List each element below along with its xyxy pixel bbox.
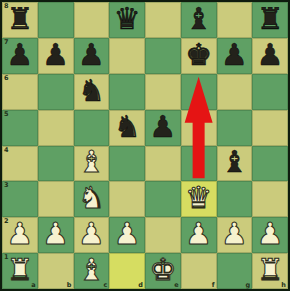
black-pawn-piece[interactable]: ♟ bbox=[42, 40, 69, 70]
rank-label-6: 6 bbox=[4, 75, 9, 82]
white-pawn-piece[interactable]: ♟ bbox=[221, 219, 248, 249]
square-f1[interactable]: f bbox=[181, 253, 217, 289]
white-bishop-piece[interactable]: ♝ bbox=[78, 147, 105, 177]
white-pawn-piece[interactable]: ♟ bbox=[78, 219, 105, 249]
white-pawn-piece[interactable]: ♟ bbox=[257, 219, 284, 249]
square-h3[interactable] bbox=[252, 181, 288, 217]
black-pawn-piece[interactable]: ♟ bbox=[78, 40, 105, 70]
square-b7[interactable]: ♟ bbox=[38, 38, 74, 74]
square-a5[interactable]: 5 bbox=[2, 110, 38, 146]
rank-label-4: 4 bbox=[4, 147, 9, 154]
square-d6[interactable] bbox=[109, 74, 145, 110]
square-e1[interactable]: e♚ bbox=[145, 253, 181, 289]
square-a4[interactable]: 4 bbox=[2, 146, 38, 182]
black-pawn-piece[interactable]: ♟ bbox=[221, 40, 248, 70]
black-bishop-piece[interactable]: ♝ bbox=[185, 4, 212, 34]
square-c8[interactable] bbox=[74, 2, 110, 38]
square-c5[interactable] bbox=[74, 110, 110, 146]
square-a3[interactable]: 3 bbox=[2, 181, 38, 217]
square-g7[interactable]: ♟ bbox=[217, 38, 253, 74]
file-label-d: d bbox=[138, 282, 143, 289]
square-f5[interactable] bbox=[181, 110, 217, 146]
square-b6[interactable] bbox=[38, 74, 74, 110]
square-g4[interactable]: ♝ bbox=[217, 146, 253, 182]
file-label-f: f bbox=[212, 282, 215, 289]
square-e6[interactable] bbox=[145, 74, 181, 110]
square-d2[interactable]: ♟ bbox=[109, 217, 145, 253]
square-d4[interactable] bbox=[109, 146, 145, 182]
file-label-b: b bbox=[67, 282, 72, 289]
black-knight-piece[interactable]: ♞ bbox=[78, 76, 105, 106]
black-rook-piece[interactable]: ♜ bbox=[257, 4, 284, 34]
square-b8[interactable] bbox=[38, 2, 74, 38]
white-pawn-piece[interactable]: ♟ bbox=[185, 219, 212, 249]
board-grid: 8♜♛♝♜7♟♟♟♚♟♟6♞5♞♟4♝♝3♞♛2♟♟♟♟♟♟♟1a♜bc♝de♚… bbox=[2, 2, 288, 289]
square-e3[interactable] bbox=[145, 181, 181, 217]
white-rook-piece[interactable]: ♜ bbox=[6, 255, 33, 285]
square-d5[interactable]: ♞ bbox=[109, 110, 145, 146]
square-g6[interactable] bbox=[217, 74, 253, 110]
white-pawn-piece[interactable]: ♟ bbox=[6, 219, 33, 249]
white-king-piece[interactable]: ♚ bbox=[149, 255, 176, 285]
black-pawn-piece[interactable]: ♟ bbox=[257, 40, 284, 70]
square-e4[interactable] bbox=[145, 146, 181, 182]
square-b2[interactable]: ♟ bbox=[38, 217, 74, 253]
square-f6[interactable] bbox=[181, 74, 217, 110]
square-e5[interactable]: ♟ bbox=[145, 110, 181, 146]
black-rook-piece[interactable]: ♜ bbox=[6, 4, 33, 34]
square-f4[interactable] bbox=[181, 146, 217, 182]
square-h7[interactable]: ♟ bbox=[252, 38, 288, 74]
square-h2[interactable]: ♟ bbox=[252, 217, 288, 253]
black-knight-piece[interactable]: ♞ bbox=[114, 112, 141, 142]
square-c7[interactable]: ♟ bbox=[74, 38, 110, 74]
file-label-g: g bbox=[246, 282, 251, 289]
chess-board: 8♜♛♝♜7♟♟♟♚♟♟6♞5♞♟4♝♝3♞♛2♟♟♟♟♟♟♟1a♜bc♝de♚… bbox=[0, 0, 290, 291]
square-c4[interactable]: ♝ bbox=[74, 146, 110, 182]
square-g8[interactable] bbox=[217, 2, 253, 38]
square-c6[interactable]: ♞ bbox=[74, 74, 110, 110]
white-pawn-piece[interactable]: ♟ bbox=[42, 219, 69, 249]
square-c1[interactable]: c♝ bbox=[74, 253, 110, 289]
rank-label-3: 3 bbox=[4, 182, 9, 189]
square-h5[interactable] bbox=[252, 110, 288, 146]
white-knight-piece[interactable]: ♞ bbox=[78, 183, 105, 213]
square-a7[interactable]: 7♟ bbox=[2, 38, 38, 74]
black-bishop-piece[interactable]: ♝ bbox=[221, 147, 248, 177]
square-d7[interactable] bbox=[109, 38, 145, 74]
white-rook-piece[interactable]: ♜ bbox=[257, 255, 284, 285]
square-a1[interactable]: 1a♜ bbox=[2, 253, 38, 289]
square-a6[interactable]: 6 bbox=[2, 74, 38, 110]
square-g2[interactable]: ♟ bbox=[217, 217, 253, 253]
square-d3[interactable] bbox=[109, 181, 145, 217]
square-g3[interactable] bbox=[217, 181, 253, 217]
black-pawn-piece[interactable]: ♟ bbox=[149, 112, 176, 142]
square-f2[interactable]: ♟ bbox=[181, 217, 217, 253]
square-e8[interactable] bbox=[145, 2, 181, 38]
square-h6[interactable] bbox=[252, 74, 288, 110]
white-bishop-piece[interactable]: ♝ bbox=[78, 255, 105, 285]
square-g5[interactable] bbox=[217, 110, 253, 146]
square-a8[interactable]: 8♜ bbox=[2, 2, 38, 38]
square-c2[interactable]: ♟ bbox=[74, 217, 110, 253]
rank-label-5: 5 bbox=[4, 111, 9, 118]
square-f3[interactable]: ♛ bbox=[181, 181, 217, 217]
white-queen-piece[interactable]: ♛ bbox=[185, 183, 212, 213]
square-d8[interactable]: ♛ bbox=[109, 2, 145, 38]
square-b4[interactable] bbox=[38, 146, 74, 182]
black-king-piece[interactable]: ♚ bbox=[185, 40, 212, 70]
square-h8[interactable]: ♜ bbox=[252, 2, 288, 38]
square-b1[interactable]: b bbox=[38, 253, 74, 289]
square-d1[interactable]: d bbox=[109, 253, 145, 289]
square-h4[interactable] bbox=[252, 146, 288, 182]
square-e2[interactable] bbox=[145, 217, 181, 253]
square-b5[interactable] bbox=[38, 110, 74, 146]
square-h1[interactable]: h♜ bbox=[252, 253, 288, 289]
square-f8[interactable]: ♝ bbox=[181, 2, 217, 38]
square-a2[interactable]: 2♟ bbox=[2, 217, 38, 253]
square-e7[interactable] bbox=[145, 38, 181, 74]
square-g1[interactable]: g bbox=[217, 253, 253, 289]
black-pawn-piece[interactable]: ♟ bbox=[6, 40, 33, 70]
black-queen-piece[interactable]: ♛ bbox=[114, 4, 141, 34]
square-f7[interactable]: ♚ bbox=[181, 38, 217, 74]
square-c3[interactable]: ♞ bbox=[74, 181, 110, 217]
square-b3[interactable] bbox=[38, 181, 74, 217]
white-pawn-piece[interactable]: ♟ bbox=[114, 219, 141, 249]
